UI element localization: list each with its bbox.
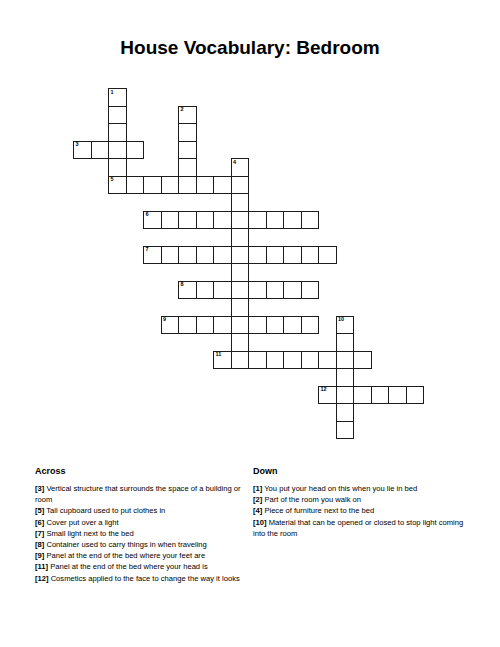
grid-cell[interactable] (318, 351, 337, 370)
grid-cell[interactable] (318, 246, 337, 265)
cell-number: 7 (146, 247, 149, 253)
grid-cell[interactable] (231, 263, 250, 282)
grid-cell[interactable] (283, 316, 302, 335)
grid-cell[interactable] (388, 386, 407, 405)
cell-number: 3 (76, 142, 79, 148)
grid-cell[interactable] (283, 351, 302, 370)
grid-cell[interactable] (371, 386, 390, 405)
grid-cell[interactable] (213, 211, 232, 230)
grid-cell[interactable] (266, 281, 285, 300)
clue-number: [1] (253, 484, 262, 493)
down-header: Down (253, 466, 465, 476)
clue-item: [8] Container used to carry things in wh… (35, 539, 252, 550)
grid-cell[interactable] (161, 246, 180, 265)
crossword-grid: 123456789101112 (73, 88, 425, 440)
crossword-worksheet: House Vocabulary: Bedroom 12345678910111… (0, 0, 500, 647)
grid-cell[interactable] (301, 316, 320, 335)
grid-cell[interactable] (178, 246, 197, 265)
clue-text: Cosmetics applied to the face to change … (49, 574, 240, 583)
clue-number: [9] (35, 551, 44, 560)
grid-cell[interactable] (336, 421, 355, 440)
grid-cell[interactable] (196, 316, 215, 335)
grid-cell[interactable] (108, 106, 127, 125)
grid-cell[interactable]: 9 (161, 316, 180, 335)
clue-text: You put your head on this when you lie i… (262, 484, 417, 493)
down-clues-section: Down [1] You put your head on this when … (253, 466, 465, 539)
grid-cell[interactable]: 3 (73, 141, 92, 160)
grid-cell[interactable] (248, 281, 267, 300)
grid-cell[interactable] (248, 351, 267, 370)
clue-number: [2] (253, 495, 262, 504)
grid-cell[interactable] (353, 351, 372, 370)
grid-cell[interactable] (231, 298, 250, 317)
grid-cell[interactable] (231, 246, 250, 265)
across-clues-section: Across [3] Vertical structure that surro… (35, 466, 252, 584)
grid-cell[interactable] (266, 246, 285, 265)
clue-number: [3] (35, 484, 44, 493)
grid-cell[interactable] (161, 211, 180, 230)
cell-number: 4 (233, 160, 236, 166)
cell-number: 12 (321, 387, 327, 393)
grid-cell[interactable] (301, 281, 320, 300)
grid-cell[interactable] (336, 333, 355, 352)
grid-cell[interactable] (336, 386, 355, 405)
clue-number: [8] (35, 540, 44, 549)
grid-cell[interactable] (231, 228, 250, 247)
clue-text: Panel at the end of the bed where your f… (44, 551, 205, 560)
grid-cell[interactable] (248, 316, 267, 335)
grid-cell[interactable] (283, 246, 302, 265)
grid-cell[interactable] (178, 316, 197, 335)
clue-item: [10] Material that can be opened or clos… (253, 517, 465, 539)
clue-number: [10] (253, 518, 267, 527)
grid-cell[interactable] (248, 246, 267, 265)
grid-cell[interactable] (231, 281, 250, 300)
grid-cell[interactable] (213, 176, 232, 195)
clue-item: [11] Panel at the end of the bed where y… (35, 561, 252, 572)
grid-cell[interactable]: 7 (143, 246, 162, 265)
grid-cell[interactable] (301, 351, 320, 370)
grid-cell[interactable]: 12 (318, 386, 337, 405)
grid-cell[interactable]: 2 (178, 106, 197, 125)
clue-item: [1] You put your head on this when you l… (253, 483, 465, 494)
grid-cell[interactable] (336, 403, 355, 422)
grid-cell[interactable] (231, 316, 250, 335)
grid-cell[interactable] (266, 316, 285, 335)
clue-text: Material that can be opened or closed to… (253, 518, 463, 538)
cell-number: 6 (146, 212, 149, 218)
grid-cell[interactable] (231, 176, 250, 195)
grid-cell[interactable] (178, 141, 197, 160)
clue-number: [12] (35, 574, 49, 583)
grid-cell[interactable] (301, 211, 320, 230)
grid-cell[interactable] (161, 176, 180, 195)
cell-number: 11 (216, 352, 222, 358)
grid-cell[interactable] (91, 141, 110, 160)
across-clue-list: [3] Vertical structure that surrounds th… (35, 483, 252, 584)
grid-cell[interactable]: 6 (143, 211, 162, 230)
grid-cell[interactable]: 10 (336, 316, 355, 335)
grid-cell[interactable] (406, 386, 425, 405)
grid-cell[interactable]: 11 (213, 351, 232, 370)
grid-cell[interactable] (283, 281, 302, 300)
clue-item: [2] Part of the room you walk on (253, 494, 465, 505)
down-clue-list: [1] You put your head on this when you l… (253, 483, 465, 539)
grid-cell[interactable] (336, 351, 355, 370)
cell-number: 5 (111, 177, 114, 183)
grid-cell[interactable] (108, 123, 127, 142)
grid-cell[interactable] (196, 211, 215, 230)
across-header: Across (35, 466, 252, 476)
grid-cell[interactable] (108, 158, 127, 177)
grid-cell[interactable] (178, 123, 197, 142)
cell-number: 8 (181, 282, 184, 288)
clue-number: [11] (35, 562, 48, 571)
grid-cell[interactable] (213, 281, 232, 300)
clue-text: Part of the room you walk on (262, 495, 361, 504)
clue-item: [3] Vertical structure that surrounds th… (35, 483, 252, 505)
grid-cell[interactable] (196, 281, 215, 300)
clue-text: Vertical structure that surrounds the sp… (35, 484, 241, 504)
grid-cell[interactable] (248, 211, 267, 230)
grid-cell[interactable] (196, 246, 215, 265)
cell-number: 9 (163, 317, 166, 323)
cell-number: 2 (181, 107, 184, 113)
clue-item: [6] Cover put over a light (35, 517, 252, 528)
grid-cell[interactable]: 4 (231, 158, 250, 177)
clue-item: [5] Tall cupboard used to put clothes in (35, 505, 252, 516)
grid-cell[interactable] (178, 158, 197, 177)
grid-cell[interactable] (213, 246, 232, 265)
grid-cell[interactable] (283, 211, 302, 230)
grid-cell[interactable] (231, 211, 250, 230)
clue-text: Piece of furniture next to the bed (262, 506, 374, 515)
grid-cell[interactable]: 8 (178, 281, 197, 300)
grid-cell[interactable] (178, 176, 197, 195)
cell-number: 1 (111, 90, 114, 96)
grid-cell[interactable] (108, 141, 127, 160)
clue-text: Container used to carry things in when t… (44, 540, 207, 549)
grid-cell[interactable] (196, 176, 215, 195)
grid-cell[interactable] (143, 176, 162, 195)
grid-cell[interactable]: 5 (108, 176, 127, 195)
clue-text: Cover put over a light (44, 518, 118, 527)
grid-cell[interactable] (126, 176, 145, 195)
grid-cell[interactable] (301, 246, 320, 265)
clue-text: Panel at the end of the bed where your h… (48, 562, 208, 571)
grid-cell[interactable] (336, 368, 355, 387)
clue-number: [5] (35, 506, 44, 515)
grid-cell[interactable] (126, 141, 145, 160)
clue-item: [7] Small light next to the bed (35, 528, 252, 539)
clue-number: [6] (35, 518, 44, 527)
clue-number: [4] (253, 506, 262, 515)
grid-cell[interactable] (213, 316, 232, 335)
grid-cell[interactable] (266, 351, 285, 370)
grid-cell[interactable] (266, 211, 285, 230)
grid-cell[interactable] (231, 333, 250, 352)
grid-cell[interactable] (178, 211, 197, 230)
clue-item: [4] Piece of furniture next to the bed (253, 505, 465, 516)
grid-cell[interactable] (353, 386, 372, 405)
clue-text: Tall cupboard used to put clothes in (44, 506, 165, 515)
clue-number: [7] (35, 529, 44, 538)
grid-cell[interactable]: 1 (108, 88, 127, 107)
cell-number: 10 (338, 317, 344, 323)
clue-text: Small light next to the bed (44, 529, 134, 538)
grid-cell[interactable] (231, 193, 250, 212)
clue-item: [12] Cosmetics applied to the face to ch… (35, 573, 252, 584)
puzzle-title: House Vocabulary: Bedroom (0, 37, 500, 59)
clue-item: [9] Panel at the end of the bed where yo… (35, 550, 252, 561)
grid-cell[interactable] (231, 351, 250, 370)
